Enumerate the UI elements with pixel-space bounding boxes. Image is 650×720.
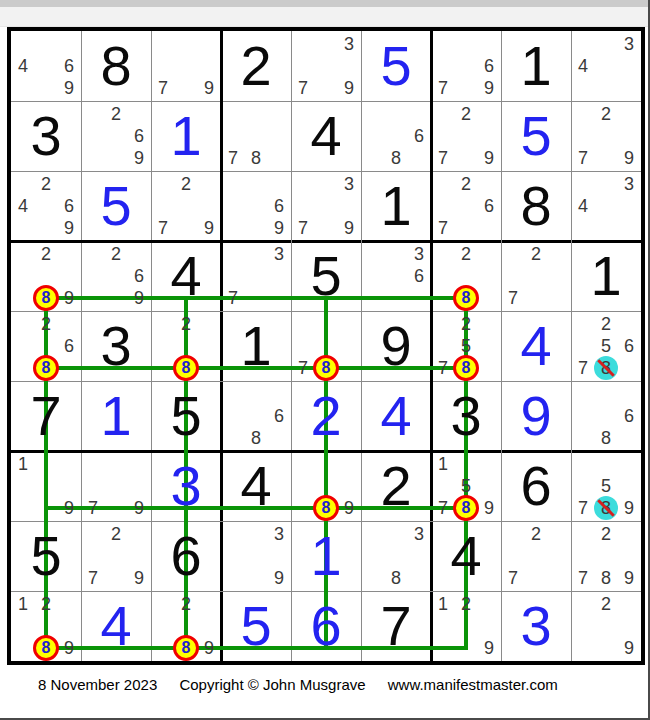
pencil-mark: 3 <box>408 243 430 265</box>
cell-r6c1[interactable]: 7 <box>11 381 81 451</box>
pencil-mark: 7 <box>572 147 594 169</box>
pencil-mark: 2 <box>595 313 617 335</box>
footer-date: 8 November 2023 <box>38 676 157 693</box>
cell-r4c5[interactable]: 5 <box>291 241 361 311</box>
given-digit: 8 <box>81 31 151 101</box>
pencil-mark: 8 <box>595 567 617 589</box>
given-digit: 5 <box>11 521 81 591</box>
cell-r1c4[interactable]: 2 <box>221 31 291 101</box>
cell-r6c8[interactable]: 9 <box>501 381 571 451</box>
pencil-mark: 9 <box>58 287 80 309</box>
given-digit: 1 <box>501 31 571 101</box>
pencil-mark: 4 <box>12 55 34 77</box>
pencil-mark: 6 <box>478 195 500 217</box>
pencil-mark: 2 <box>525 243 547 265</box>
pencil-mark: 9 <box>198 637 220 659</box>
pencil-mark: 6 <box>268 195 290 217</box>
pencil-mark: 3 <box>618 173 640 195</box>
pencil-mark: 7 <box>502 567 524 589</box>
solved-digit: 5 <box>221 591 291 661</box>
pencil-mark: 9 <box>618 637 640 659</box>
pencil-mark: 9 <box>128 287 150 309</box>
pencil-mark: 2 <box>35 313 57 335</box>
cell-r2c3[interactable]: 1 <box>151 101 221 171</box>
pencil-mark: 8 <box>385 147 407 169</box>
solved-digit: 3 <box>151 451 221 521</box>
cell-r6c5[interactable]: 2 <box>291 381 361 451</box>
footer-site[interactable]: www.manifestmaster.com <box>388 676 558 693</box>
pencil-mark: 2 <box>175 313 197 335</box>
cell-r7c3[interactable]: 3 <box>151 451 221 521</box>
sudoku-board[interactable]: 4698792379567913432691784682795279246952… <box>7 27 645 665</box>
cell-r7c6[interactable]: 2 <box>361 451 431 521</box>
pencil-mark: 7 <box>292 77 314 99</box>
pencil-mark: 9 <box>58 77 80 99</box>
cell-r3c6[interactable]: 1 <box>361 171 431 241</box>
app-window: 4698792379567913432691784682795279246952… <box>0 0 650 720</box>
pencil-mark: 9 <box>618 147 640 169</box>
chain-circled-candidate: 8 <box>453 355 479 381</box>
given-digit: 7 <box>361 591 431 661</box>
pencil-mark: 7 <box>432 357 454 379</box>
given-digit: 7 <box>11 381 81 451</box>
cell-r1c8[interactable]: 1 <box>501 31 571 101</box>
solved-digit: 6 <box>291 591 361 661</box>
footer-caption: 8 November 2023 Copyright © John Musgrav… <box>38 676 576 693</box>
chain-circled-candidate: 8 <box>313 355 339 381</box>
pencil-mark: 9 <box>478 77 500 99</box>
pencil-mark: 2 <box>105 103 127 125</box>
pencil-mark: 2 <box>35 173 57 195</box>
given-digit: 6 <box>151 521 221 591</box>
pencil-mark: 7 <box>292 357 314 379</box>
cell-r6c6[interactable]: 4 <box>361 381 431 451</box>
pencil-mark: 9 <box>338 217 360 239</box>
pencil-mark: 9 <box>128 147 150 169</box>
pencil-mark: 9 <box>478 147 500 169</box>
given-digit: 3 <box>81 311 151 381</box>
chain-circled-candidate: 8 <box>33 355 59 381</box>
cell-r4c9[interactable]: 1 <box>571 241 641 311</box>
pencil-mark: 9 <box>338 77 360 99</box>
pencil-mark: 9 <box>268 217 290 239</box>
pencil-mark: 2 <box>455 313 477 335</box>
cell-r2c5[interactable]: 4 <box>291 101 361 171</box>
pencil-mark: 7 <box>432 147 454 169</box>
pencil-mark: 7 <box>572 497 594 519</box>
cell-r3c2[interactable]: 5 <box>81 171 151 241</box>
cell-r5c4[interactable]: 1 <box>221 311 291 381</box>
chain-circled-candidate: 8 <box>173 635 199 661</box>
pencil-mark: 3 <box>338 173 360 195</box>
pencil-mark: 1 <box>432 593 454 615</box>
chain-circled-candidate: 8 <box>313 495 339 521</box>
pencil-mark: 2 <box>595 103 617 125</box>
pencil-mark: 3 <box>268 523 290 545</box>
cell-r8c7[interactable]: 4 <box>431 521 501 591</box>
pencil-mark: 6 <box>478 55 500 77</box>
pencil-mark: 2 <box>175 173 197 195</box>
solved-digit: 4 <box>361 381 431 451</box>
cell-r6c3[interactable]: 5 <box>151 381 221 451</box>
cell-r6c7[interactable]: 3 <box>431 381 501 451</box>
pencil-mark: 7 <box>292 217 314 239</box>
pencil-mark: 9 <box>198 77 220 99</box>
pencil-mark: 2 <box>35 593 57 615</box>
pencil-mark: 7 <box>152 217 174 239</box>
pencil-mark: 7 <box>82 497 104 519</box>
pencil-mark: 6 <box>128 125 150 147</box>
pencil-mark: 1 <box>432 453 454 475</box>
solved-digit: 5 <box>501 101 571 171</box>
pencil-mark: 2 <box>35 243 57 265</box>
pencil-mark: 6 <box>408 265 430 287</box>
cell-r5c2[interactable]: 3 <box>81 311 151 381</box>
given-digit: 5 <box>291 241 361 311</box>
pencil-mark: 3 <box>268 243 290 265</box>
pencil-mark: 5 <box>595 335 617 357</box>
pencil-mark: 2 <box>595 593 617 615</box>
footer-copyright: Copyright © John Musgrave <box>179 676 365 693</box>
cell-r4c3[interactable]: 4 <box>151 241 221 311</box>
given-digit: 3 <box>431 381 501 451</box>
given-digit: 1 <box>361 171 431 241</box>
cell-r3c8[interactable]: 8 <box>501 171 571 241</box>
chain-circled-candidate: 8 <box>453 285 479 311</box>
given-digit: 4 <box>221 451 291 521</box>
pencil-mark: 6 <box>58 335 80 357</box>
pencil-mark: 8 <box>245 147 267 169</box>
cell-r1c2[interactable]: 8 <box>81 31 151 101</box>
pencil-mark: 6 <box>268 405 290 427</box>
pencil-mark: 7 <box>222 147 244 169</box>
given-digit: 6 <box>501 451 571 521</box>
given-digit: 8 <box>501 171 571 241</box>
pencil-mark: 7 <box>82 567 104 589</box>
cell-r8c1[interactable]: 5 <box>11 521 81 591</box>
pencil-mark: 8 <box>385 567 407 589</box>
pencil-mark: 7 <box>432 77 454 99</box>
pencil-mark: 7 <box>572 567 594 589</box>
solved-digit: 2 <box>291 381 361 451</box>
pencil-mark: 9 <box>58 497 80 519</box>
pencil-mark: 3 <box>618 33 640 55</box>
pencil-mark: 7 <box>222 287 244 309</box>
chain-circled-candidate: 8 <box>173 355 199 381</box>
pencil-mark: 6 <box>58 55 80 77</box>
chain-circled-candidate: 8 <box>33 635 59 661</box>
pencil-mark: 9 <box>268 567 290 589</box>
pencil-mark: 9 <box>58 637 80 659</box>
solved-digit: 4 <box>501 311 571 381</box>
given-digit: 4 <box>151 241 221 311</box>
chain-circled-candidate: 8 <box>33 285 59 311</box>
pencil-mark: 3 <box>338 33 360 55</box>
cell-r7c4[interactable]: 4 <box>221 451 291 521</box>
cell-r8c5[interactable]: 1 <box>291 521 361 591</box>
solved-digit: 1 <box>81 381 151 451</box>
cell-r9c2[interactable]: 4 <box>81 591 151 661</box>
pencil-mark: 2 <box>175 593 197 615</box>
pencil-mark: 5 <box>455 475 477 497</box>
pencil-mark: 7 <box>432 497 454 519</box>
given-digit: 9 <box>361 311 431 381</box>
pencil-mark: 9 <box>478 497 500 519</box>
solved-digit: 9 <box>501 381 571 451</box>
given-digit: 2 <box>361 451 431 521</box>
pencil-mark: 9 <box>198 217 220 239</box>
pencil-mark: 4 <box>572 195 594 217</box>
pencil-mark: 9 <box>338 497 360 519</box>
cell-r6c2[interactable]: 1 <box>81 381 151 451</box>
solved-digit: 5 <box>81 171 151 241</box>
pencil-mark: 2 <box>455 243 477 265</box>
cell-r7c8[interactable]: 6 <box>501 451 571 521</box>
pencil-mark: 8 <box>595 427 617 449</box>
cell-r5c6[interactable]: 9 <box>361 311 431 381</box>
window-toolbar-strip <box>0 7 650 27</box>
cell-r9c8[interactable]: 3 <box>501 591 571 661</box>
given-digit: 2 <box>221 31 291 101</box>
solved-digit: 1 <box>151 101 221 171</box>
pencil-mark: 7 <box>502 287 524 309</box>
pencil-mark: 3 <box>408 523 430 545</box>
pencil-mark: 8 <box>245 427 267 449</box>
pencil-mark: 9 <box>128 497 150 519</box>
solved-digit: 3 <box>501 591 571 661</box>
pencil-mark: 2 <box>525 523 547 545</box>
cell-r8c3[interactable]: 6 <box>151 521 221 591</box>
cell-r9c5[interactable]: 6 <box>291 591 361 661</box>
pencil-mark: 1 <box>12 593 34 615</box>
cell-r9c6[interactable]: 7 <box>361 591 431 661</box>
cell-r5c8[interactable]: 4 <box>501 311 571 381</box>
given-digit: 1 <box>571 241 641 311</box>
pencil-mark: 9 <box>618 567 640 589</box>
pencil-mark: 6 <box>58 195 80 217</box>
pencil-mark: 1 <box>12 453 34 475</box>
pencil-mark: 9 <box>58 217 80 239</box>
pencil-mark: 9 <box>128 567 150 589</box>
pencil-mark: 6 <box>618 405 640 427</box>
given-digit: 1 <box>221 311 291 381</box>
pencil-mark: 2 <box>105 243 127 265</box>
pencil-mark: 2 <box>455 173 477 195</box>
pencil-mark: 9 <box>478 637 500 659</box>
cell-r9c4[interactable]: 5 <box>221 591 291 661</box>
chain-circled-candidate: 8 <box>453 495 479 521</box>
pencil-mark: 5 <box>455 335 477 357</box>
pencil-mark: 2 <box>455 103 477 125</box>
pencil-mark: 6 <box>408 125 430 147</box>
given-digit: 5 <box>151 381 221 451</box>
given-digit: 4 <box>291 101 361 171</box>
solved-digit: 5 <box>361 31 431 101</box>
pencil-mark: 7 <box>572 357 594 379</box>
pencil-mark: 2 <box>455 593 477 615</box>
pencil-mark: 2 <box>595 523 617 545</box>
cell-r2c1[interactable]: 3 <box>11 101 81 171</box>
solved-digit: 4 <box>81 591 151 661</box>
cell-r1c6[interactable]: 5 <box>361 31 431 101</box>
given-digit: 4 <box>431 521 501 591</box>
pencil-mark: 7 <box>432 217 454 239</box>
pencil-mark: 6 <box>128 265 150 287</box>
pencil-mark: 7 <box>152 77 174 99</box>
solved-digit: 1 <box>291 521 361 591</box>
window-top-strip <box>0 0 650 7</box>
given-digit: 3 <box>11 101 81 171</box>
pencil-mark: 4 <box>12 195 34 217</box>
pencil-mark: 9 <box>618 497 640 519</box>
pencil-mark: 5 <box>595 475 617 497</box>
cell-r2c8[interactable]: 5 <box>501 101 571 171</box>
pencil-mark: 4 <box>572 55 594 77</box>
pencil-mark: 2 <box>105 523 127 545</box>
pencil-mark: 6 <box>618 335 640 357</box>
